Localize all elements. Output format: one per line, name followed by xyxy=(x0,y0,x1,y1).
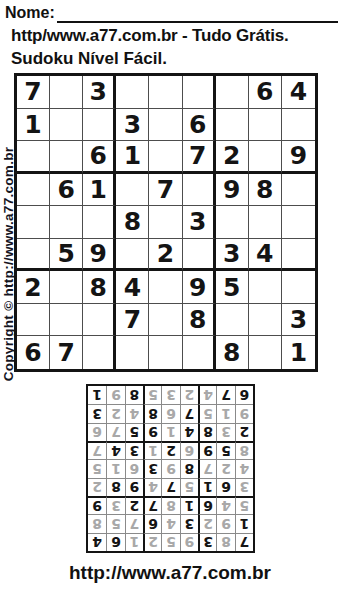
solution-cell-r3c6: 7 xyxy=(143,496,161,514)
solution-cell-r5c1: 4 xyxy=(235,459,253,477)
solution-cell-r1c7: 1 xyxy=(125,533,143,551)
solution-cell-r4c7: 9 xyxy=(125,478,143,496)
cell-r1c9[interactable]: 4 xyxy=(282,76,315,109)
solution-cell-r7c9: 6 xyxy=(88,423,106,441)
solution-cell-r8c6: 8 xyxy=(143,404,161,422)
solution-cell-r2c8: 5 xyxy=(106,514,124,532)
cell-r2c7[interactable] xyxy=(216,109,249,142)
cell-r7c8[interactable] xyxy=(249,271,282,304)
cell-r4c6[interactable] xyxy=(183,174,216,207)
cell-r6c9[interactable] xyxy=(282,239,315,272)
cell-r1c1[interactable]: 7 xyxy=(17,76,50,109)
solution-cell-r6c4: 6 xyxy=(180,441,198,459)
solution-cell-r7c5: 1 xyxy=(161,423,179,441)
solution-cell-r6c6: 1 xyxy=(143,441,161,459)
solution-cell-r7c7: 5 xyxy=(125,423,143,441)
solution-cell-r4c6: 4 xyxy=(143,478,161,496)
cell-r3c7[interactable]: 2 xyxy=(216,141,249,174)
cell-r8c3[interactable] xyxy=(83,304,116,337)
solution-cell-r8c4: 7 xyxy=(180,404,198,422)
cell-r1c5[interactable] xyxy=(149,76,182,109)
solution-cell-r5c7: 6 xyxy=(125,459,143,477)
cell-r5c4[interactable]: 8 xyxy=(116,206,149,239)
solution-cell-r4c5: 7 xyxy=(161,478,179,496)
cell-r9c7[interactable]: 8 xyxy=(216,336,249,369)
solution-cell-r7c6: 9 xyxy=(143,423,161,441)
solution-cell-r6c5: 2 xyxy=(161,441,179,459)
solution-cell-r2c2: 9 xyxy=(216,514,234,532)
cell-r8c2[interactable] xyxy=(50,304,83,337)
cell-r9c6[interactable] xyxy=(183,336,216,369)
cell-r9c1[interactable]: 6 xyxy=(17,336,50,369)
solution-cell-r6c3: 9 xyxy=(198,441,216,459)
solution-cell-r3c5: 8 xyxy=(161,496,179,514)
cell-r5c1[interactable] xyxy=(17,206,50,239)
cell-r6c5[interactable]: 2 xyxy=(149,239,182,272)
cell-r2c8[interactable] xyxy=(249,109,282,142)
solution-cell-r5c6: 3 xyxy=(143,459,161,477)
solution-cell-r5c9: 5 xyxy=(88,459,106,477)
cell-r5c7[interactable] xyxy=(216,206,249,239)
solution-cell-r3c8: 3 xyxy=(106,496,124,514)
cell-r6c4[interactable] xyxy=(116,239,149,272)
puzzle-level-title: Sudoku Nível Fácil. xyxy=(11,49,167,69)
cell-r4c4[interactable] xyxy=(116,174,149,207)
cell-r9c2[interactable]: 7 xyxy=(50,336,83,369)
solution-cell-r7c1: 2 xyxy=(235,423,253,441)
solution-cell-r4c1: 3 xyxy=(235,478,253,496)
sudoku-solution-grid-rotated: 7839521641923467585461872393615749824278… xyxy=(86,384,255,553)
solution-cell-r8c2: 1 xyxy=(216,404,234,422)
cell-r3c4[interactable]: 1 xyxy=(116,141,149,174)
cell-r3c1[interactable] xyxy=(17,141,50,174)
cell-r1c7[interactable] xyxy=(216,76,249,109)
solution-cell-r8c3: 5 xyxy=(198,404,216,422)
solution-cell-r1c8: 6 xyxy=(106,533,124,551)
solution-cell-r6c7: 3 xyxy=(125,441,143,459)
cell-r2c4[interactable]: 3 xyxy=(116,109,149,142)
solution-cell-r3c7: 2 xyxy=(125,496,143,514)
cell-r4c8[interactable]: 8 xyxy=(249,174,282,207)
cell-r8c8[interactable] xyxy=(249,304,282,337)
solution-cell-r2c3: 2 xyxy=(198,514,216,532)
cell-r4c5[interactable]: 7 xyxy=(149,174,182,207)
cell-r1c4[interactable] xyxy=(116,76,149,109)
cell-r9c3[interactable] xyxy=(83,336,116,369)
cell-r3c5[interactable] xyxy=(149,141,182,174)
cell-r2c3[interactable] xyxy=(83,109,116,142)
cell-r8c1[interactable] xyxy=(17,304,50,337)
cell-r8c9[interactable]: 3 xyxy=(282,304,315,337)
solution-cell-r9c4: 2 xyxy=(180,386,198,404)
solution-cell-r2c7: 7 xyxy=(125,514,143,532)
cell-r8c5[interactable] xyxy=(149,304,182,337)
cell-r6c6[interactable] xyxy=(183,239,216,272)
solution-cell-r3c9: 9 xyxy=(88,496,106,514)
cell-r9c4[interactable] xyxy=(116,336,149,369)
solution-cell-r8c5: 6 xyxy=(161,404,179,422)
solution-cell-r5c8: 1 xyxy=(106,459,124,477)
cell-r3c8[interactable] xyxy=(249,141,282,174)
cell-r3c3[interactable]: 6 xyxy=(83,141,116,174)
solution-cell-r4c2: 6 xyxy=(216,478,234,496)
solution-cell-r2c5: 4 xyxy=(161,514,179,532)
solution-cell-r5c2: 2 xyxy=(216,459,234,477)
cell-r6c8[interactable]: 4 xyxy=(249,239,282,272)
solution-cell-r9c1: 6 xyxy=(235,386,253,404)
cell-r5c5[interactable] xyxy=(149,206,182,239)
cell-r5c8[interactable] xyxy=(249,206,282,239)
solution-cell-r4c8: 8 xyxy=(106,478,124,496)
cell-r2c2[interactable] xyxy=(50,109,83,142)
cell-r1c2[interactable] xyxy=(50,76,83,109)
name-blank-line[interactable] xyxy=(57,3,338,23)
solution-cell-r1c3: 3 xyxy=(198,533,216,551)
solution-cell-r9c2: 7 xyxy=(216,386,234,404)
cell-r6c7[interactable]: 3 xyxy=(216,239,249,272)
cell-r5c9[interactable] xyxy=(282,206,315,239)
cell-r7c3[interactable]: 8 xyxy=(83,271,116,304)
cell-r4c7[interactable]: 9 xyxy=(216,174,249,207)
cell-r9c8[interactable] xyxy=(249,336,282,369)
cell-r6c2[interactable]: 5 xyxy=(50,239,83,272)
cell-r4c1[interactable] xyxy=(17,174,50,207)
cell-r5c3[interactable] xyxy=(83,206,116,239)
cell-r2c1[interactable]: 1 xyxy=(17,109,50,142)
solution-cell-r1c2: 8 xyxy=(216,533,234,551)
solution-cell-r1c9: 4 xyxy=(88,533,106,551)
solution-cell-r9c8: 9 xyxy=(106,386,124,404)
cell-r9c5[interactable] xyxy=(149,336,182,369)
cell-r6c1[interactable] xyxy=(17,239,50,272)
site-tagline: http/www.a77.com.br - Tudo Grátis. xyxy=(11,26,289,46)
cell-r8c4[interactable]: 7 xyxy=(116,304,149,337)
cell-r4c9[interactable] xyxy=(282,174,315,207)
solution-cell-r9c7: 8 xyxy=(125,386,143,404)
solution-cell-r1c4: 9 xyxy=(180,533,198,551)
solution-cell-r4c9: 2 xyxy=(88,478,106,496)
cell-r8c6[interactable]: 8 xyxy=(183,304,216,337)
cell-r4c3[interactable]: 1 xyxy=(83,174,116,207)
solution-cell-r2c4: 3 xyxy=(180,514,198,532)
cell-r1c3[interactable]: 3 xyxy=(83,76,116,109)
solution-cell-r6c2: 5 xyxy=(216,441,234,459)
solution-cell-r2c9: 8 xyxy=(88,514,106,532)
cell-r7c9[interactable] xyxy=(282,271,315,304)
solution-cell-r9c3: 4 xyxy=(198,386,216,404)
solution-cell-r7c2: 3 xyxy=(216,423,234,441)
solution-cell-r8c7: 4 xyxy=(125,404,143,422)
cell-r7c2[interactable] xyxy=(50,271,83,304)
cell-r1c6[interactable] xyxy=(183,76,216,109)
cell-r2c5[interactable] xyxy=(149,109,182,142)
cell-r7c5[interactable] xyxy=(149,271,182,304)
solution-cell-r3c2: 4 xyxy=(216,496,234,514)
cell-r7c6[interactable]: 9 xyxy=(183,271,216,304)
cell-r3c2[interactable] xyxy=(50,141,83,174)
solution-cell-r8c8: 2 xyxy=(106,404,124,422)
solution-cell-r6c8: 4 xyxy=(106,441,124,459)
solution-cell-r4c3: 1 xyxy=(198,478,216,496)
footer-url: http://www.a77.com.br xyxy=(0,562,340,584)
cell-r7c1[interactable]: 2 xyxy=(17,271,50,304)
sudoku-puzzle-grid: 736413661729617988359234284957836781 xyxy=(14,73,318,372)
solution-cell-r7c3: 8 xyxy=(198,423,216,441)
solution-cell-r9c9: 1 xyxy=(88,386,106,404)
solution-cell-r3c4: 1 xyxy=(180,496,198,514)
solution-cell-r5c3: 7 xyxy=(198,459,216,477)
solution-cell-r9c5: 3 xyxy=(161,386,179,404)
solution-cell-r3c1: 5 xyxy=(235,496,253,514)
cell-r4c2[interactable]: 6 xyxy=(50,174,83,207)
solution-cell-r4c4: 5 xyxy=(180,478,198,496)
solution-cell-r7c4: 4 xyxy=(180,423,198,441)
solution-cell-r8c1: 9 xyxy=(235,404,253,422)
cell-r2c9[interactable] xyxy=(282,109,315,142)
cell-r5c6[interactable]: 3 xyxy=(183,206,216,239)
cell-r6c3[interactable]: 9 xyxy=(83,239,116,272)
cell-r5c2[interactable] xyxy=(50,206,83,239)
cell-r7c4[interactable]: 4 xyxy=(116,271,149,304)
name-label: Nome: xyxy=(5,3,55,23)
name-field-row: Nome: xyxy=(5,3,338,23)
solution-cell-r8c9: 3 xyxy=(88,404,106,422)
solution-cell-r3c3: 6 xyxy=(198,496,216,514)
cell-r2c6[interactable]: 6 xyxy=(183,109,216,142)
cell-r3c6[interactable]: 7 xyxy=(183,141,216,174)
solution-cell-r2c1: 1 xyxy=(235,514,253,532)
solution-cell-r1c6: 2 xyxy=(143,533,161,551)
solution-cell-r9c6: 5 xyxy=(143,386,161,404)
solution-cell-r2c6: 6 xyxy=(143,514,161,532)
solution-cell-r6c1: 8 xyxy=(235,441,253,459)
solution-cell-r6c9: 7 xyxy=(88,441,106,459)
cell-r1c8[interactable]: 6 xyxy=(249,76,282,109)
solution-cell-r5c5: 9 xyxy=(161,459,179,477)
cell-r9c9[interactable]: 1 xyxy=(282,336,315,369)
solution-cell-r7c8: 7 xyxy=(106,423,124,441)
solution-cell-r1c1: 7 xyxy=(235,533,253,551)
solution-cell-r1c5: 5 xyxy=(161,533,179,551)
cell-r7c7[interactable]: 5 xyxy=(216,271,249,304)
solution-cell-r5c4: 8 xyxy=(180,459,198,477)
cell-r3c9[interactable]: 9 xyxy=(282,141,315,174)
cell-r8c7[interactable] xyxy=(216,304,249,337)
